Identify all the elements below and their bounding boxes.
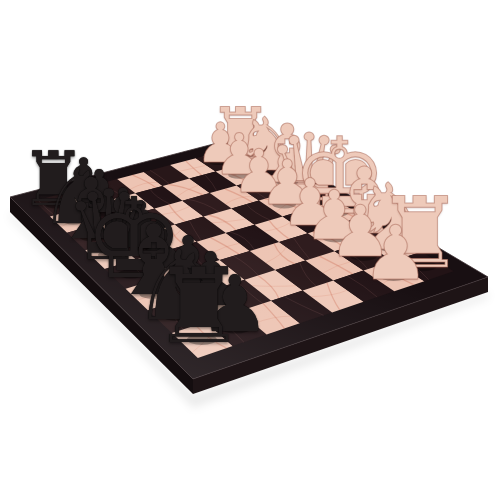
piece-shadow [150,260,176,269]
piece-shadow [118,269,144,278]
piece-shadow [297,216,322,225]
piece-shadow [98,251,123,260]
piece-shadow [250,185,273,193]
piece-shadow [299,192,323,200]
piece-shadow [350,251,377,261]
piece-shadow [379,271,408,281]
piece-shadow [196,300,224,310]
chess-board [0,0,500,500]
piece-shadow [45,201,67,209]
piece-shadow [233,151,254,158]
piece-shadow [109,225,132,233]
board-sheen [10,135,488,379]
piece-shadow [91,208,113,216]
piece-shadow [350,225,376,234]
piece-shadow [228,171,250,179]
piece-shadow [276,178,299,186]
piece-shadow [162,311,190,321]
piece-shadow [221,323,251,334]
piece-shadow [379,242,406,252]
piece-shadow [254,164,276,172]
piece-shadow [74,193,96,201]
piece-shadow [79,233,103,241]
piece-shadow [129,242,153,251]
piece-shadow [140,289,167,299]
piece-shadow [62,216,85,224]
piece-shadow [208,158,229,165]
piece-shadow [322,233,348,242]
piece-shadow [187,334,217,345]
piece-shadow [324,208,349,217]
chess-set-product-photo: ♜♟♞♟♝♟♛♟♟♜♚♟♞♟♟♝♝♟♟♞♛♟♟♜♚♟♟♝♟♞♟♜ [0,0,500,500]
piece-shadow [409,261,437,271]
piece-shadow [272,200,296,208]
piece-shadow [172,280,199,290]
